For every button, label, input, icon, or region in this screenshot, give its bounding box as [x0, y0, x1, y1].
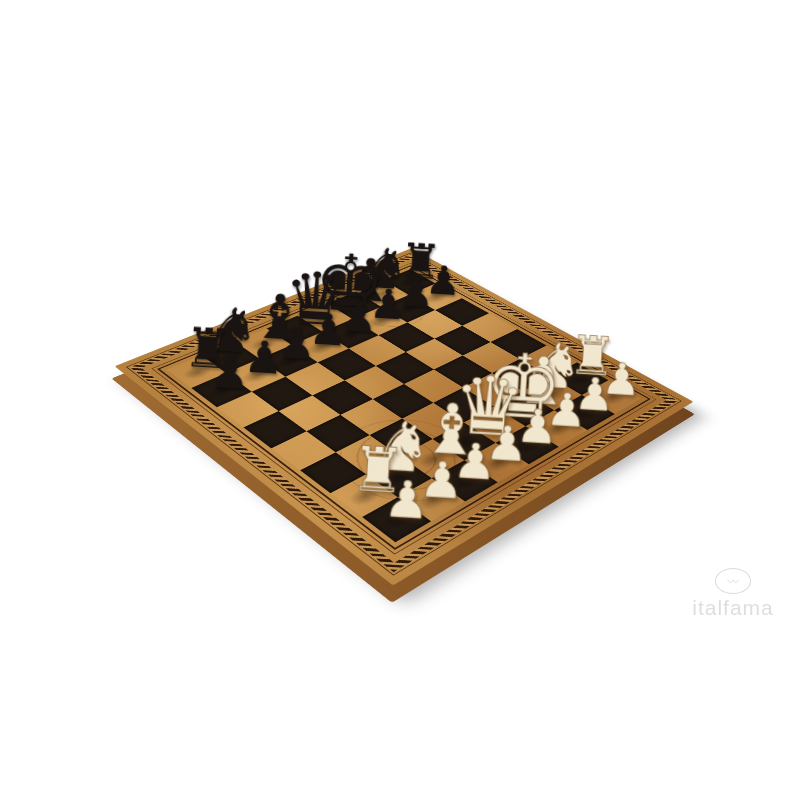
- piece-white-pawn: ♟: [381, 473, 433, 527]
- board-grid: ♜♞♝♛♚♝♞♜♟♟♟♟♟♟♟♟♜♞♝♛♚♝♞♜♟♟♟♟♟♟♟♟: [167, 269, 641, 542]
- board-surface: ♜♞♝♛♚♝♞♜♟♟♟♟♟♟♟♟♜♞♝♛♚♝♞♜♟♟♟♟♟♟♟♟: [115, 248, 694, 585]
- product-photo: ♜♞♝♛♚♝♞♜♟♟♟♟♟♟♟♟♜♞♝♛♚♝♞♜♟♟♟♟♟♟♟♟ 〰 italf…: [0, 0, 800, 800]
- piece-black-pawn: ♟: [207, 348, 253, 396]
- chessboard: ♜♞♝♛♚♝♞♜♟♟♟♟♟♟♟♟♜♞♝♛♚♝♞♜♟♟♟♟♟♟♟♟: [115, 248, 694, 585]
- scene: ♜♞♝♛♚♝♞♜♟♟♟♟♟♟♟♟♜♞♝♛♚♝♞♜♟♟♟♟♟♟♟♟: [0, 0, 800, 800]
- watermark-brand: italfama: [678, 596, 788, 620]
- italfama-logo-icon: 〰: [715, 568, 751, 594]
- watermark: 〰 italfama: [678, 568, 788, 620]
- logo-squiggle: 〰: [728, 573, 739, 589]
